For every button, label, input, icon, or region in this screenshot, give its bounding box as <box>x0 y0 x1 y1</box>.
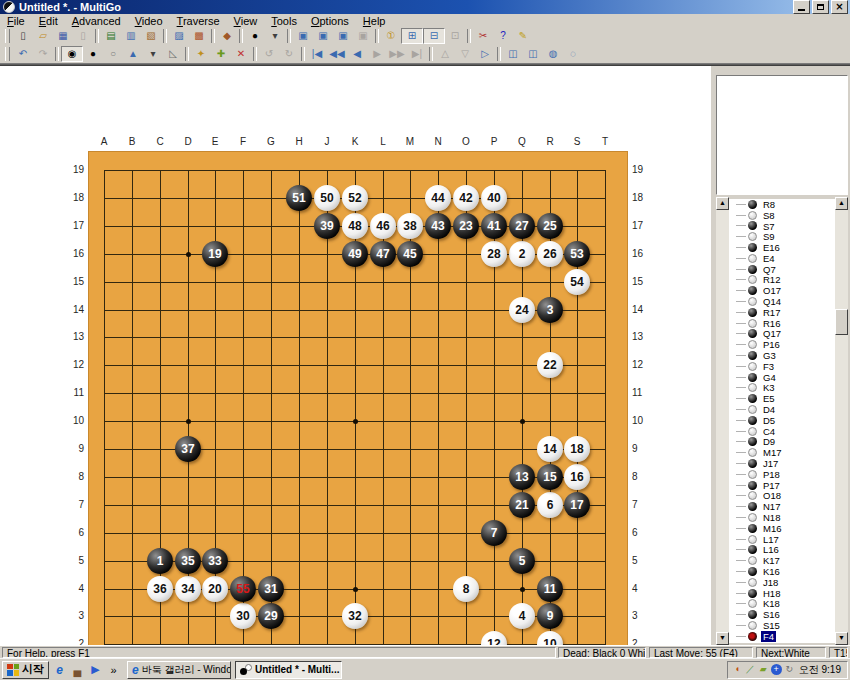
toolbar-edit-navigate: ↶↷◉●○▲▾◺✦✚✕↺↻|◀◀◀◀▶▶▶▶|△▽▷◫◫◍◌ <box>0 45 850 63</box>
coord-number-left: 17 <box>62 220 84 232</box>
ie-launcher-icon[interactable]: e <box>52 662 67 677</box>
copy-position-button[interactable]: ▩ <box>189 28 209 44</box>
util-swirl-icon[interactable]: ↻ <box>784 664 795 675</box>
quick-launch-bar: e▄▶» <box>49 662 121 677</box>
context-help-button[interactable]: ? <box>493 28 513 44</box>
white-stone-icon <box>748 578 757 587</box>
move-list-item-d5[interactable]: D5 <box>729 415 835 426</box>
stone-p18-move-40[interactable]: 40 <box>481 185 507 211</box>
window-extra-button: ▣ <box>353 28 373 44</box>
black-stone-icon <box>748 221 757 230</box>
stone-d9-move-37[interactable]: 37 <box>175 436 201 462</box>
multigo-app-icon <box>3 1 15 13</box>
stone-d4-move-34[interactable]: 34 <box>175 576 201 602</box>
coord-number-right: 11 <box>632 387 654 399</box>
restore-icon <box>817 4 824 10</box>
toolbar-separator <box>497 47 501 61</box>
coord-number-right: 13 <box>632 331 654 343</box>
move-coord-label: K16 <box>761 566 782 577</box>
move-list-item-e5[interactable]: E5 <box>729 393 835 404</box>
white-stone-icon <box>748 427 757 436</box>
window-tree-button[interactable]: ▣ <box>313 28 333 44</box>
move-coord-label: E5 <box>761 393 777 404</box>
window-board-button[interactable]: ▣ <box>293 28 313 44</box>
updater-icon[interactable]: + <box>771 664 782 675</box>
move-coord-label: J18 <box>761 577 780 588</box>
coord-number-left: 16 <box>62 248 84 260</box>
menu-help[interactable]: Help <box>356 15 393 27</box>
move-list-item-f3[interactable]: F3 <box>729 361 835 372</box>
display-mode-black-button[interactable]: ● <box>245 28 265 44</box>
show-move-numbers-button[interactable]: ① <box>381 28 401 44</box>
stone-o17-move-23[interactable]: 23 <box>453 213 479 239</box>
move-coord-label: D4 <box>761 404 777 415</box>
move-coord-label: P16 <box>761 339 782 350</box>
black-stone-icon <box>748 394 757 403</box>
tree-connector-line <box>736 420 746 421</box>
nav-back-10-button[interactable]: ◀◀ <box>327 46 347 62</box>
tool-eraser-button[interactable]: ◺ <box>163 46 183 62</box>
white-stone-icon <box>748 448 757 457</box>
grid-line-vertical <box>438 170 439 673</box>
tool-white-stone-button[interactable]: ○ <box>103 46 123 62</box>
star-point <box>353 419 358 424</box>
coord-number-left: 8 <box>62 471 84 483</box>
save-all-button: ▯ <box>73 28 93 44</box>
move-list-item-e16[interactable]: E16 <box>729 242 835 253</box>
move-list-item-q17[interactable]: Q17 <box>729 329 835 340</box>
move-list-item-g3[interactable]: G3 <box>729 350 835 361</box>
stone-g3-move-29[interactable]: 29 <box>258 603 284 629</box>
white-stone-icon <box>748 535 757 544</box>
multigo-application-window: Untitled *. - MultiGo × FileEditAdvanced… <box>0 0 850 680</box>
volume-icon[interactable]: ◖ <box>732 664 743 675</box>
move-list-item-k3[interactable]: K3 <box>729 383 835 394</box>
stone-o18-move-42[interactable]: 42 <box>453 185 479 211</box>
cut-button[interactable]: ✂ <box>473 28 493 44</box>
tool-alternate-move-button[interactable]: ◉ <box>61 46 83 62</box>
tool-add-node-button[interactable]: ✚ <box>211 46 231 62</box>
stone-n18-move-44[interactable]: 44 <box>425 185 451 211</box>
tree-connector-line <box>736 290 746 291</box>
move-coord-label: S7 <box>761 221 777 232</box>
stone-p17-move-41[interactable]: 41 <box>481 213 507 239</box>
start-button[interactable]: 시작 <box>2 661 49 679</box>
black-stone-icon <box>748 610 757 619</box>
print-button[interactable]: ▤ <box>101 28 121 44</box>
black-stone-icon <box>748 545 757 554</box>
stone-q3-move-4[interactable]: 4 <box>509 603 535 629</box>
move-coord-label: R17 <box>761 307 782 318</box>
stone-r14-move-3[interactable]: 3 <box>537 297 563 323</box>
coord-letter-top: R <box>540 136 560 148</box>
stone-c4-move-36[interactable]: 36 <box>147 576 173 602</box>
tree-connector-line <box>736 636 746 637</box>
move-list-item-m16[interactable]: M16 <box>729 523 835 534</box>
tree-connector-line <box>736 474 746 475</box>
tree-connector-line <box>736 204 746 205</box>
black-stone-icon <box>748 200 757 209</box>
stone-s8-move-16[interactable]: 16 <box>564 464 590 490</box>
menu-edit[interactable]: Edit <box>32 15 65 27</box>
windows-logo-icon <box>7 664 19 676</box>
annotate-pencil-button[interactable]: ✎ <box>513 28 533 44</box>
white-stone-icon <box>748 340 757 349</box>
coord-number-right: 3 <box>632 610 654 622</box>
move-list-item-r12[interactable]: R12 <box>729 275 835 286</box>
stone-k3-move-32[interactable]: 32 <box>342 603 368 629</box>
tree-connector-line <box>736 258 746 259</box>
coord-number-right: 6 <box>632 527 654 539</box>
tree-connector-line <box>736 539 746 540</box>
move-list-item-j18[interactable]: J18 <box>729 577 835 588</box>
variation-up-button: △ <box>435 46 455 62</box>
coord-number-right: 10 <box>632 415 654 427</box>
move-list-item-s15[interactable]: S15 <box>729 620 835 631</box>
move-list-item-o17[interactable]: O17 <box>729 285 835 296</box>
window-split-button[interactable]: ▣ <box>333 28 353 44</box>
ime-pen-icon[interactable]: ／ <box>745 664 756 675</box>
move-list-item-h18[interactable]: H18 <box>729 588 835 599</box>
coord-letter-top: M <box>400 136 420 148</box>
stone-s9-move-18[interactable]: 18 <box>564 436 590 462</box>
stone-f3-move-30[interactable]: 30 <box>230 603 256 629</box>
move-coord-label: S8 <box>761 210 777 221</box>
grid-line-horizontal <box>104 533 606 534</box>
status-cursor-coordinate: T15 <box>829 647 848 658</box>
ie-icon: e <box>132 663 139 677</box>
stone-l17-move-46[interactable]: 46 <box>370 213 396 239</box>
undo-button[interactable]: ↶ <box>13 46 33 62</box>
move-list-item-f4[interactable]: F4 <box>729 631 835 642</box>
stone-k17-move-48[interactable]: 48 <box>342 213 368 239</box>
ime-lang-icon[interactable]: ▰ <box>758 664 769 675</box>
outlook-launcher-icon[interactable]: ▄ <box>70 662 85 677</box>
show-tree-button[interactable]: ⊟ <box>423 28 445 44</box>
nav-last-move-button: ▶| <box>407 46 427 62</box>
stone-q8-move-13[interactable]: 13 <box>509 464 535 490</box>
move-list: R8S8S7S9E16E4Q7R12O17Q14R17R16Q17P16G3F3… <box>729 199 835 643</box>
star-point <box>520 587 525 592</box>
coord-letter-top: F <box>233 136 253 148</box>
menu-advanced[interactable]: Advanced <box>65 15 128 27</box>
toolbar-separator <box>95 29 99 43</box>
tool-triangle-mark-button[interactable]: ▲ <box>123 46 143 62</box>
move-list-item-e4[interactable]: E4 <box>729 253 835 264</box>
nav-forward-10-button: ▶▶ <box>387 46 407 62</box>
stone-m17-move-38[interactable]: 38 <box>397 213 423 239</box>
move-list-item-s16[interactable]: S16 <box>729 609 835 620</box>
white-stone-icon <box>748 556 757 565</box>
coord-number-right: 17 <box>632 220 654 232</box>
move-list-item-o18[interactable]: O18 <box>729 491 835 502</box>
stone-q17-move-27[interactable]: 27 <box>509 213 535 239</box>
tree-connector-line <box>736 463 746 464</box>
coord-letter-top: P <box>484 136 504 148</box>
move-list-item-p16[interactable]: P16 <box>729 339 835 350</box>
upload-button[interactable]: ◆ <box>217 28 237 44</box>
move-list-item-d4[interactable]: D4 <box>729 404 835 415</box>
menu-video[interactable]: Video <box>128 15 170 27</box>
menu-options[interactable]: Options <box>304 15 356 27</box>
tree-connector-line <box>736 431 746 432</box>
tree-connector-line <box>736 582 746 583</box>
move-coord-label: Q7 <box>761 264 778 275</box>
stone-j17-move-39[interactable]: 39 <box>314 213 340 239</box>
tree-connector-line <box>736 236 746 237</box>
move-list-item-j17[interactable]: J17 <box>729 458 835 469</box>
move-coord-label: G3 <box>761 350 778 361</box>
stone-p6-move-7[interactable]: 7 <box>481 520 507 546</box>
tool-pass-button[interactable]: ✦ <box>191 46 211 62</box>
toolbar-grip[interactable] <box>5 47 10 61</box>
coord-number-left: 18 <box>62 192 84 204</box>
minimize-button[interactable] <box>793 0 810 14</box>
stone-l16-move-47[interactable]: 47 <box>370 241 396 267</box>
tree-connector-line <box>736 215 746 216</box>
stone-r4-move-11[interactable]: 11 <box>537 576 563 602</box>
move-coord-label: P18 <box>761 469 782 480</box>
move-coord-label: D9 <box>761 436 777 447</box>
move-list-item-s9[interactable]: S9 <box>729 231 835 242</box>
nav-first-move-button[interactable]: |◀ <box>307 46 327 62</box>
move-list-item-k16[interactable]: K16 <box>729 566 835 577</box>
star-point <box>353 587 358 592</box>
move-coord-label: K3 <box>761 382 777 393</box>
stone-r9-move-14[interactable]: 14 <box>537 436 563 462</box>
stone-r12-move-22[interactable]: 22 <box>537 352 563 378</box>
move-list-item-g4[interactable]: G4 <box>729 372 835 383</box>
stone-k18-move-52[interactable]: 52 <box>342 185 368 211</box>
show-coordinates-button[interactable]: ⊞ <box>401 28 423 44</box>
coord-letter-top: D <box>178 136 198 148</box>
stone-s7-move-17[interactable]: 17 <box>564 492 590 518</box>
media-launcher-icon[interactable]: ▶ <box>88 662 103 677</box>
move-list-item-q7[interactable]: Q7 <box>729 264 835 275</box>
white-stone-icon <box>748 275 757 284</box>
export-image-button[interactable]: ▧ <box>141 28 161 44</box>
tree-connector-line <box>736 366 746 367</box>
coord-number-right: 12 <box>632 359 654 371</box>
tool-delete-node-button[interactable]: ✕ <box>231 46 251 62</box>
white-stone-icon <box>748 232 757 241</box>
tree-connector-line <box>736 279 746 280</box>
move-list-item-p17[interactable]: P17 <box>729 480 835 491</box>
coord-number-right: 16 <box>632 248 654 260</box>
toolbar-grip[interactable] <box>5 29 10 43</box>
stone-n17-move-43[interactable]: 43 <box>425 213 451 239</box>
stone-m16-move-45[interactable]: 45 <box>397 241 423 267</box>
stone-g4-move-31[interactable]: 31 <box>258 576 284 602</box>
tree-connector-line <box>736 517 746 518</box>
title-bar[interactable]: Untitled *. - MultiGo × <box>0 0 850 14</box>
multigo-icon <box>240 664 252 676</box>
stone-q16-move-2[interactable]: 2 <box>509 241 535 267</box>
coord-letter-top: L <box>373 136 393 148</box>
black-stone-icon <box>748 437 757 446</box>
coord-number-left: 10 <box>62 415 84 427</box>
white-stone-icon <box>748 254 757 263</box>
menu-bar: FileEditAdvancedVideoTraverseViewToolsOp… <box>0 14 850 27</box>
black-stone-icon <box>748 416 757 425</box>
coord-number-left: 5 <box>62 555 84 567</box>
stone-q5-move-5[interactable]: 5 <box>509 548 535 574</box>
move-list-item-m17[interactable]: M17 <box>729 447 835 458</box>
tree-connector-line <box>736 398 746 399</box>
coord-letter-top: O <box>456 136 476 148</box>
move-list-item-r16[interactable]: R16 <box>729 318 835 329</box>
open-file-button[interactable]: ▱ <box>33 28 53 44</box>
loop-back-button: ↺ <box>259 46 279 62</box>
move-coord-label: E16 <box>761 242 782 253</box>
move-coord-label: H18 <box>761 588 782 599</box>
toolbar-separator <box>211 29 215 43</box>
coord-letter-top: T <box>595 136 615 148</box>
stone-q14-move-24[interactable]: 24 <box>509 297 535 323</box>
status-bar: For Help, press F1 Dead: Black 0 White 0… <box>0 645 850 658</box>
save-file-button[interactable]: ▦ <box>53 28 73 44</box>
stone-e4-move-20[interactable]: 20 <box>202 576 228 602</box>
move-list-item-q14[interactable]: Q14 <box>729 296 835 307</box>
display-mode-dropdown-button[interactable]: ▾ <box>265 28 285 44</box>
new-file-button[interactable]: ▯ <box>13 28 33 44</box>
move-coord-label: N17 <box>761 501 782 512</box>
status-help-text: For Help, press F1 <box>2 647 556 658</box>
tree-connector-line <box>736 377 746 378</box>
tool-black-stone-button[interactable]: ● <box>83 46 103 62</box>
stone-r17-move-25[interactable]: 25 <box>537 213 563 239</box>
search-pattern-button[interactable]: ◍ <box>543 46 563 62</box>
move-list-item-l16[interactable]: L16 <box>729 545 835 556</box>
tree-scrollbar-right[interactable]: ▲ ▼ <box>835 197 848 645</box>
menu-traverse[interactable]: Traverse <box>170 15 227 27</box>
tree-connector-line <box>736 409 746 410</box>
minimize-icon <box>798 9 805 11</box>
search-position-button[interactable]: ◫ <box>503 46 523 62</box>
stone-e5-move-33[interactable]: 33 <box>202 548 228 574</box>
scroll-up-button[interactable]: ▲ <box>835 197 848 210</box>
move-list-item-c4[interactable]: C4 <box>729 426 835 437</box>
coord-number-left: 6 <box>62 527 84 539</box>
star-point <box>186 419 191 424</box>
stone-o4-move-8[interactable]: 8 <box>453 576 479 602</box>
task-button-multigo[interactable]: Untitled * - Multi... <box>235 661 342 679</box>
variation-down-button: ▽ <box>455 46 475 62</box>
stone-s16-move-53[interactable]: 53 <box>564 241 590 267</box>
move-list-item-s7[interactable]: S7 <box>729 221 835 232</box>
search-game-button[interactable]: ◫ <box>523 46 543 62</box>
coord-number-left: 9 <box>62 443 84 455</box>
move-list-item-d9[interactable]: D9 <box>729 437 835 448</box>
scroll-up-button[interactable]: ▲ <box>716 197 729 210</box>
stone-r7-move-6[interactable]: 6 <box>537 492 563 518</box>
move-list-item-n18[interactable]: N18 <box>729 512 835 523</box>
stone-e16-move-19[interactable]: 19 <box>202 241 228 267</box>
stone-f4-move-55[interactable]: 55 <box>230 576 256 602</box>
move-list-item-r17[interactable]: R17 <box>729 307 835 318</box>
copy-game-button[interactable]: ▨ <box>169 28 189 44</box>
stone-k16-move-49[interactable]: 49 <box>342 241 368 267</box>
scroll-down-button[interactable]: ▼ <box>835 632 848 645</box>
move-list-item-n17[interactable]: N17 <box>729 501 835 512</box>
move-coord-label: F3 <box>761 361 776 372</box>
black-stone-icon <box>748 286 757 295</box>
tree-connector-line <box>736 528 746 529</box>
move-list-item-r8[interactable]: R8 <box>729 199 835 210</box>
move-coord-label: M16 <box>761 523 783 534</box>
tree-connector-line <box>736 301 746 302</box>
grid-line-vertical <box>605 170 606 673</box>
stone-r3-move-9[interactable]: 9 <box>537 603 563 629</box>
coord-letter-top: Q <box>512 136 532 148</box>
overflow-chevron[interactable]: » <box>106 662 121 677</box>
move-list-item-k17[interactable]: K17 <box>729 555 835 566</box>
restore-button[interactable] <box>812 0 829 14</box>
stone-d5-move-35[interactable]: 35 <box>175 548 201 574</box>
variation-next-button[interactable]: ▷ <box>475 46 495 62</box>
nav-back-button[interactable]: ◀ <box>347 46 367 62</box>
move-coord-label: S16 <box>761 609 782 620</box>
system-tray: ◖／▰+↻ 오전 9:19 <box>727 661 848 679</box>
scrollbar-thumb[interactable] <box>835 309 848 335</box>
tool-mark-dropdown-button[interactable]: ▾ <box>143 46 163 62</box>
white-stone-icon <box>748 319 757 328</box>
move-list-item-k18[interactable]: K18 <box>729 598 835 609</box>
move-list-item-l17[interactable]: L17 <box>729 534 835 545</box>
tree-connector-line <box>736 247 746 248</box>
white-stone-icon <box>748 211 757 220</box>
print-preview-button[interactable]: ▥ <box>121 28 141 44</box>
task-button-label: Untitled * - Multi... <box>255 664 339 675</box>
star-point <box>520 419 525 424</box>
tree-connector-line <box>736 593 746 594</box>
stone-h18-move-51[interactable]: 51 <box>286 185 312 211</box>
move-list-item-s8[interactable]: S8 <box>729 210 835 221</box>
coord-number-right: 8 <box>632 471 654 483</box>
tree-connector-line <box>736 387 746 388</box>
move-coord-label: C4 <box>761 426 777 437</box>
menu-tools[interactable]: Tools <box>264 15 304 27</box>
black-stone-icon <box>748 308 757 317</box>
stone-c5-move-1[interactable]: 1 <box>147 548 173 574</box>
tree-connector-line <box>736 495 746 496</box>
tree-scrollbar-left[interactable]: ▲ ▼ <box>716 197 729 645</box>
menu-file[interactable]: File <box>0 15 32 27</box>
stone-r16-move-26[interactable]: 26 <box>537 241 563 267</box>
coord-number-right: 4 <box>632 583 654 595</box>
move-coord-label: L16 <box>761 544 781 555</box>
tray-icons: ◖／▰+↻ <box>732 664 795 675</box>
task-button-ie[interactable]: e 바둑 갤러리 - Windo... <box>127 661 231 679</box>
close-button[interactable]: × <box>831 0 848 14</box>
coord-number-right: 19 <box>632 164 654 176</box>
stone-r8-move-15[interactable]: 15 <box>537 464 563 490</box>
stone-q7-move-21[interactable]: 21 <box>509 492 535 518</box>
coord-letter-top: E <box>205 136 225 148</box>
stone-p16-move-28[interactable]: 28 <box>481 241 507 267</box>
black-stone-icon <box>748 351 757 360</box>
coord-letter-top: J <box>317 136 337 148</box>
move-list-item-p18[interactable]: P18 <box>729 469 835 480</box>
search-next-button[interactable]: ◌ <box>563 46 583 62</box>
stone-s15-move-54[interactable]: 54 <box>564 269 590 295</box>
scroll-down-button[interactable]: ▼ <box>716 632 729 645</box>
menu-view[interactable]: View <box>227 15 265 27</box>
coord-letter-top: H <box>289 136 309 148</box>
stone-j18-move-50[interactable]: 50 <box>314 185 340 211</box>
toolbar-separator <box>55 47 59 61</box>
tree-connector-line <box>736 344 746 345</box>
